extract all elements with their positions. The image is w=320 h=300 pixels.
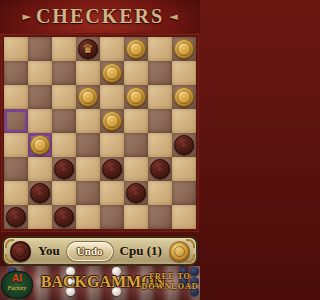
dark-man[interactable] xyxy=(54,159,74,179)
square-r5c7[interactable] xyxy=(172,157,196,181)
ai-factory-logo[interactable]: AI Factory xyxy=(1,271,33,299)
square-r5c3[interactable] xyxy=(76,157,100,181)
square-r5c4[interactable] xyxy=(100,157,124,181)
square-r3c1[interactable] xyxy=(28,109,52,133)
square-r7c6[interactable] xyxy=(148,205,172,229)
piece-core xyxy=(37,190,43,196)
piece-ring xyxy=(15,246,26,257)
square-r4c0[interactable] xyxy=(4,133,28,157)
square-r7c5[interactable] xyxy=(124,205,148,229)
banner-cta[interactable]: FREE TO DOWNLOAD xyxy=(141,272,199,292)
square-r6c3[interactable] xyxy=(76,181,100,205)
square-r0c0[interactable] xyxy=(4,37,28,61)
piece-core xyxy=(181,46,187,52)
square-r0c5[interactable] xyxy=(124,37,148,61)
piece-core xyxy=(61,166,67,172)
piece-core xyxy=(109,118,115,124)
piece-core xyxy=(133,190,139,196)
piece-core xyxy=(61,214,67,220)
square-r7c7[interactable] xyxy=(172,205,196,229)
square-r6c6[interactable] xyxy=(148,181,172,205)
square-r3c2[interactable] xyxy=(52,109,76,133)
square-r2c4[interactable] xyxy=(100,85,124,109)
piece-core xyxy=(157,166,163,172)
dark-king[interactable]: ♛ xyxy=(78,39,98,59)
board-frame: ♛ xyxy=(2,35,198,231)
last-move-highlight xyxy=(5,110,27,132)
square-r7c0[interactable] xyxy=(4,205,28,229)
square-r7c2[interactable] xyxy=(52,205,76,229)
square-r7c4[interactable] xyxy=(100,205,124,229)
square-r0c7[interactable] xyxy=(172,37,196,61)
square-r1c3[interactable] xyxy=(76,61,100,85)
piece-core xyxy=(37,142,43,148)
square-r0c6[interactable] xyxy=(148,37,172,61)
piece-core xyxy=(85,94,91,100)
square-r3c5[interactable] xyxy=(124,109,148,133)
board: ♛ xyxy=(4,37,196,229)
ad-banner[interactable]: BACKGAMMON FREE TO DOWNLOAD AI Factory xyxy=(0,266,200,300)
piece-ring xyxy=(174,246,185,257)
piece-core xyxy=(133,94,139,100)
square-r2c3[interactable] xyxy=(76,85,100,109)
square-r4c1[interactable] xyxy=(28,133,52,157)
square-r1c2[interactable] xyxy=(52,61,76,85)
logo-factory-text: Factory xyxy=(2,285,32,291)
fleur-ornament-left-icon: ► xyxy=(22,10,30,23)
piece-core xyxy=(133,46,139,52)
square-r4c4[interactable] xyxy=(100,133,124,157)
gold-man[interactable] xyxy=(126,39,146,59)
square-r6c0[interactable] xyxy=(4,181,28,205)
square-r4c6[interactable] xyxy=(148,133,172,157)
square-r6c7[interactable] xyxy=(172,181,196,205)
player-cpu-label: Cpu (1) xyxy=(120,243,162,259)
square-r7c3[interactable] xyxy=(76,205,100,229)
square-r1c6[interactable] xyxy=(148,61,172,85)
gold-man[interactable] xyxy=(102,111,122,131)
square-r5c5[interactable] xyxy=(124,157,148,181)
square-r1c1[interactable] xyxy=(28,61,52,85)
square-r2c6[interactable] xyxy=(148,85,172,109)
gold-man[interactable] xyxy=(78,87,98,107)
dark-man[interactable] xyxy=(150,159,170,179)
gold-player-piece-icon xyxy=(169,241,190,262)
piece-core xyxy=(109,166,115,172)
king-crown-icon: ♛ xyxy=(78,39,98,59)
gold-man[interactable] xyxy=(102,63,122,83)
dark-man[interactable] xyxy=(6,207,26,227)
square-r5c6[interactable] xyxy=(148,157,172,181)
gold-man[interactable] xyxy=(174,39,194,59)
dark-man[interactable] xyxy=(102,159,122,179)
status-bar: You Undo Cpu (1) xyxy=(2,236,198,266)
square-r0c1[interactable] xyxy=(28,37,52,61)
square-r4c2[interactable] xyxy=(52,133,76,157)
square-r6c5[interactable] xyxy=(124,181,148,205)
square-r3c4[interactable] xyxy=(100,109,124,133)
gold-man[interactable] xyxy=(126,87,146,107)
banner-cta-line1: FREE TO xyxy=(141,272,199,282)
square-r1c4[interactable] xyxy=(100,61,124,85)
undo-button[interactable]: Undo xyxy=(67,242,113,261)
square-r1c7[interactable] xyxy=(172,61,196,85)
square-r3c3[interactable] xyxy=(76,109,100,133)
dark-player-piece-icon xyxy=(10,241,31,262)
square-r0c3[interactable]: ♛ xyxy=(76,37,100,61)
square-r4c5[interactable] xyxy=(124,133,148,157)
gold-man[interactable] xyxy=(30,135,50,155)
square-r3c7[interactable] xyxy=(172,109,196,133)
fleur-ornament-right-icon: ◄ xyxy=(169,10,177,23)
dark-man[interactable] xyxy=(126,183,146,203)
square-r3c6[interactable] xyxy=(148,109,172,133)
square-r6c1[interactable] xyxy=(28,181,52,205)
dark-man[interactable] xyxy=(174,135,194,155)
square-r5c0[interactable] xyxy=(4,157,28,181)
square-r4c3[interactable] xyxy=(76,133,100,157)
dark-man[interactable] xyxy=(54,207,74,227)
square-r2c0[interactable] xyxy=(4,85,28,109)
app-title: CHECKERS xyxy=(36,5,164,28)
square-r5c1[interactable] xyxy=(28,157,52,181)
banner-cta-line2: DOWNLOAD xyxy=(141,282,199,292)
piece-core xyxy=(13,214,19,220)
gold-man[interactable] xyxy=(174,87,194,107)
square-r2c2[interactable] xyxy=(52,85,76,109)
square-r5c2[interactable] xyxy=(52,157,76,181)
square-r0c4[interactable] xyxy=(100,37,124,61)
piece-core xyxy=(109,70,115,76)
logo-ai-text: AI xyxy=(2,272,32,285)
square-r2c7[interactable] xyxy=(172,85,196,109)
player-you-label: You xyxy=(38,243,60,259)
square-r1c0[interactable] xyxy=(4,61,28,85)
piece-core xyxy=(181,94,187,100)
square-r1c5[interactable] xyxy=(124,61,148,85)
square-r6c2[interactable] xyxy=(52,181,76,205)
square-r4c7[interactable] xyxy=(172,133,196,157)
piece-core xyxy=(181,142,187,148)
square-r6c4[interactable] xyxy=(100,181,124,205)
square-r2c5[interactable] xyxy=(124,85,148,109)
square-r3c0[interactable] xyxy=(4,109,28,133)
square-r2c1[interactable] xyxy=(28,85,52,109)
square-r0c2[interactable] xyxy=(52,37,76,61)
dark-man[interactable] xyxy=(30,183,50,203)
app-header: ► CHECKERS ◄ xyxy=(0,0,200,33)
square-r7c1[interactable] xyxy=(28,205,52,229)
